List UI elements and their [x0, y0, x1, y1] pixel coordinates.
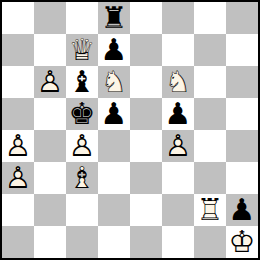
square-e3[interactable] [130, 162, 162, 194]
square-c8[interactable] [66, 2, 98, 34]
piece-white-knight-d6[interactable]: ♞♘ [98, 66, 130, 98]
square-b7[interactable] [34, 34, 66, 66]
white-queen-outline-glyph: ♕ [66, 34, 98, 66]
square-h8[interactable] [226, 2, 258, 34]
piece-white-knight-f6[interactable]: ♞♘ [162, 66, 194, 98]
square-f4[interactable]: ♟♙ [162, 130, 194, 162]
piece-black-pawn-d7[interactable]: ♟ [98, 34, 130, 66]
square-f3[interactable] [162, 162, 194, 194]
piece-black-bishop-c6[interactable]: ♝ [66, 66, 98, 98]
square-b5[interactable] [34, 98, 66, 130]
white-pawn-outline-glyph: ♙ [2, 130, 34, 162]
square-f2[interactable] [162, 194, 194, 226]
square-d7[interactable]: ♟ [98, 34, 130, 66]
piece-black-pawn-h2[interactable]: ♟ [226, 194, 258, 226]
piece-white-rook-g2[interactable]: ♜♖ [194, 194, 226, 226]
square-c2[interactable] [66, 194, 98, 226]
piece-white-king-h1[interactable]: ♚♔ [226, 226, 258, 258]
square-d5[interactable]: ♟ [98, 98, 130, 130]
square-f1[interactable] [162, 226, 194, 258]
piece-black-pawn-d5[interactable]: ♟ [98, 98, 130, 130]
square-g3[interactable] [194, 162, 226, 194]
square-g6[interactable] [194, 66, 226, 98]
piece-black-rook-d8[interactable]: ♜ [98, 2, 130, 34]
square-a1[interactable] [2, 226, 34, 258]
piece-white-pawn-f4[interactable]: ♟♙ [162, 130, 194, 162]
square-f5[interactable]: ♟ [162, 98, 194, 130]
square-a3[interactable]: ♟♙ [2, 162, 34, 194]
piece-black-king-c5[interactable]: ♚ [66, 98, 98, 130]
square-g4[interactable] [194, 130, 226, 162]
square-a4[interactable]: ♟♙ [2, 130, 34, 162]
black-pawn-glyph: ♟ [226, 194, 258, 226]
square-d4[interactable] [98, 130, 130, 162]
square-e1[interactable] [130, 226, 162, 258]
white-bishop-outline-glyph: ♗ [66, 162, 98, 194]
square-e8[interactable] [130, 2, 162, 34]
piece-white-bishop-c3[interactable]: ♝♗ [66, 162, 98, 194]
square-d8[interactable]: ♜ [98, 2, 130, 34]
square-g5[interactable] [194, 98, 226, 130]
piece-black-pawn-f5[interactable]: ♟ [162, 98, 194, 130]
square-d6[interactable]: ♞♘ [98, 66, 130, 98]
square-a6[interactable] [2, 66, 34, 98]
square-d3[interactable] [98, 162, 130, 194]
white-pawn-outline-glyph: ♙ [162, 130, 194, 162]
square-h3[interactable] [226, 162, 258, 194]
square-c7[interactable]: ♛♕ [66, 34, 98, 66]
square-b8[interactable] [34, 2, 66, 34]
square-g8[interactable] [194, 2, 226, 34]
square-c6[interactable]: ♝ [66, 66, 98, 98]
white-knight-outline-glyph: ♘ [98, 66, 130, 98]
white-pawn-outline-glyph: ♙ [2, 162, 34, 194]
square-b1[interactable] [34, 226, 66, 258]
black-king-glyph: ♚ [66, 98, 98, 130]
chess-board: ♜♛♕♟♟♙♝♞♘♞♘♚♟♟♟♙♟♙♟♙♟♙♝♗♜♖♟♚♔ [2, 2, 258, 258]
square-g7[interactable] [194, 34, 226, 66]
black-bishop-glyph: ♝ [66, 66, 98, 98]
square-c5[interactable]: ♚ [66, 98, 98, 130]
square-b3[interactable] [34, 162, 66, 194]
piece-white-queen-c7[interactable]: ♛♕ [66, 34, 98, 66]
square-c1[interactable] [66, 226, 98, 258]
square-h2[interactable]: ♟ [226, 194, 258, 226]
white-pawn-outline-glyph: ♙ [66, 130, 98, 162]
square-d1[interactable] [98, 226, 130, 258]
black-pawn-glyph: ♟ [98, 34, 130, 66]
square-e2[interactable] [130, 194, 162, 226]
white-king-outline-glyph: ♔ [226, 226, 258, 258]
square-a7[interactable] [2, 34, 34, 66]
piece-white-pawn-a3[interactable]: ♟♙ [2, 162, 34, 194]
square-g2[interactable]: ♜♖ [194, 194, 226, 226]
square-e4[interactable] [130, 130, 162, 162]
square-b2[interactable] [34, 194, 66, 226]
square-f6[interactable]: ♞♘ [162, 66, 194, 98]
square-b6[interactable]: ♟♙ [34, 66, 66, 98]
white-rook-outline-glyph: ♖ [194, 194, 226, 226]
square-h7[interactable] [226, 34, 258, 66]
square-h6[interactable] [226, 66, 258, 98]
square-c3[interactable]: ♝♗ [66, 162, 98, 194]
square-a2[interactable] [2, 194, 34, 226]
square-b4[interactable] [34, 130, 66, 162]
white-knight-outline-glyph: ♘ [162, 66, 194, 98]
piece-white-pawn-c4[interactable]: ♟♙ [66, 130, 98, 162]
square-c4[interactable]: ♟♙ [66, 130, 98, 162]
black-rook-glyph: ♜ [98, 2, 130, 34]
square-a8[interactable] [2, 2, 34, 34]
square-f7[interactable] [162, 34, 194, 66]
piece-white-pawn-b6[interactable]: ♟♙ [34, 66, 66, 98]
square-h4[interactable] [226, 130, 258, 162]
black-pawn-glyph: ♟ [98, 98, 130, 130]
square-d2[interactable] [98, 194, 130, 226]
square-a5[interactable] [2, 98, 34, 130]
white-pawn-outline-glyph: ♙ [34, 66, 66, 98]
piece-white-pawn-a4[interactable]: ♟♙ [2, 130, 34, 162]
black-pawn-glyph: ♟ [162, 98, 194, 130]
square-g1[interactable] [194, 226, 226, 258]
square-e6[interactable] [130, 66, 162, 98]
square-h5[interactable] [226, 98, 258, 130]
square-e5[interactable] [130, 98, 162, 130]
square-f8[interactable] [162, 2, 194, 34]
square-h1[interactable]: ♚♔ [226, 226, 258, 258]
chess-board-frame: ♜♛♕♟♟♙♝♞♘♞♘♚♟♟♟♙♟♙♟♙♟♙♝♗♜♖♟♚♔ [0, 0, 260, 260]
square-e7[interactable] [130, 34, 162, 66]
